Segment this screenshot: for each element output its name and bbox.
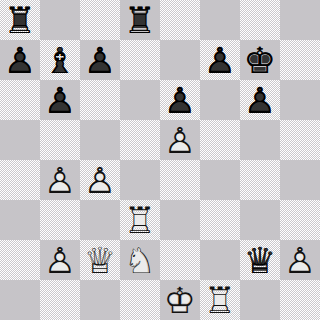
black-pawn-outline: ♙ — [40, 80, 80, 120]
square-f3[interactable] — [200, 200, 240, 240]
square-c6[interactable] — [80, 80, 120, 120]
square-a5[interactable] — [0, 120, 40, 160]
square-e1[interactable]: ♚♔ — [160, 280, 200, 320]
black-queen-icon: ♛♕ — [240, 240, 280, 280]
square-f5[interactable] — [200, 120, 240, 160]
square-d6[interactable] — [120, 80, 160, 120]
white-pawn-outline: ♙ — [160, 120, 200, 160]
white-king-outline: ♔ — [160, 280, 200, 320]
square-c5[interactable] — [80, 120, 120, 160]
white-rook-icon: ♜♖ — [200, 280, 240, 320]
square-g4[interactable] — [240, 160, 280, 200]
square-h2[interactable]: ♟♙ — [280, 240, 320, 280]
square-f2[interactable] — [200, 240, 240, 280]
square-h5[interactable] — [280, 120, 320, 160]
square-g1[interactable] — [240, 280, 280, 320]
white-pawn-icon: ♟♙ — [160, 120, 200, 160]
square-g2[interactable]: ♛♕ — [240, 240, 280, 280]
square-a3[interactable] — [0, 200, 40, 240]
square-b1[interactable] — [40, 280, 80, 320]
square-c4[interactable]: ♟♙ — [80, 160, 120, 200]
square-b5[interactable] — [40, 120, 80, 160]
square-g8[interactable] — [240, 0, 280, 40]
square-h1[interactable] — [280, 280, 320, 320]
white-knight-outline: ♘ — [120, 240, 160, 280]
square-e8[interactable] — [160, 0, 200, 40]
white-rook-icon: ♜♖ — [120, 200, 160, 240]
square-b8[interactable] — [40, 0, 80, 40]
square-d5[interactable] — [120, 120, 160, 160]
square-c7[interactable]: ♟♙ — [80, 40, 120, 80]
black-pawn-outline: ♙ — [200, 40, 240, 80]
white-pawn-icon: ♟♙ — [40, 240, 80, 280]
chess-board: ♜♖♜♖♟♙♝♗♟♙♟♙♚♔♟♙♟♙♟♙♟♙♟♙♟♙♜♖♟♙♛♕♞♘♛♕♟♙♚♔… — [0, 0, 320, 320]
square-a6[interactable] — [0, 80, 40, 120]
black-pawn-outline: ♙ — [160, 80, 200, 120]
white-pawn-icon: ♟♙ — [40, 160, 80, 200]
black-pawn-icon: ♟♙ — [0, 40, 40, 80]
square-g7[interactable]: ♚♔ — [240, 40, 280, 80]
black-king-outline: ♔ — [240, 40, 280, 80]
square-d7[interactable] — [120, 40, 160, 80]
square-h6[interactable] — [280, 80, 320, 120]
square-b4[interactable]: ♟♙ — [40, 160, 80, 200]
square-c8[interactable] — [80, 0, 120, 40]
square-e5[interactable]: ♟♙ — [160, 120, 200, 160]
square-e7[interactable] — [160, 40, 200, 80]
square-c1[interactable] — [80, 280, 120, 320]
white-rook-outline: ♖ — [120, 200, 160, 240]
square-a1[interactable] — [0, 280, 40, 320]
square-f1[interactable]: ♜♖ — [200, 280, 240, 320]
white-pawn-outline: ♙ — [40, 240, 80, 280]
square-d3[interactable]: ♜♖ — [120, 200, 160, 240]
square-d4[interactable] — [120, 160, 160, 200]
square-a4[interactable] — [0, 160, 40, 200]
white-rook-outline: ♖ — [200, 280, 240, 320]
square-d8[interactable]: ♜♖ — [120, 0, 160, 40]
black-rook-icon: ♜♖ — [120, 0, 160, 40]
square-e4[interactable] — [160, 160, 200, 200]
square-e3[interactable] — [160, 200, 200, 240]
black-pawn-icon: ♟♙ — [40, 80, 80, 120]
square-c2[interactable]: ♛♕ — [80, 240, 120, 280]
square-e6[interactable]: ♟♙ — [160, 80, 200, 120]
square-e2[interactable] — [160, 240, 200, 280]
black-pawn-outline: ♙ — [80, 40, 120, 80]
white-pawn-outline: ♙ — [280, 240, 320, 280]
black-pawn-icon: ♟♙ — [80, 40, 120, 80]
black-pawn-icon: ♟♙ — [240, 80, 280, 120]
square-b2[interactable]: ♟♙ — [40, 240, 80, 280]
square-c3[interactable] — [80, 200, 120, 240]
black-pawn-outline: ♙ — [0, 40, 40, 80]
black-pawn-icon: ♟♙ — [200, 40, 240, 80]
black-queen-outline: ♕ — [240, 240, 280, 280]
square-b3[interactable] — [40, 200, 80, 240]
square-a8[interactable]: ♜♖ — [0, 0, 40, 40]
black-pawn-icon: ♟♙ — [160, 80, 200, 120]
square-a2[interactable] — [0, 240, 40, 280]
square-h3[interactable] — [280, 200, 320, 240]
white-queen-outline: ♕ — [80, 240, 120, 280]
black-king-icon: ♚♔ — [240, 40, 280, 80]
square-d1[interactable] — [120, 280, 160, 320]
white-pawn-outline: ♙ — [40, 160, 80, 200]
square-g5[interactable] — [240, 120, 280, 160]
square-g6[interactable]: ♟♙ — [240, 80, 280, 120]
square-h7[interactable] — [280, 40, 320, 80]
square-h4[interactable] — [280, 160, 320, 200]
white-pawn-outline: ♙ — [80, 160, 120, 200]
black-bishop-outline: ♗ — [40, 40, 80, 80]
black-rook-outline: ♖ — [120, 0, 160, 40]
square-b7[interactable]: ♝♗ — [40, 40, 80, 80]
white-pawn-icon: ♟♙ — [280, 240, 320, 280]
square-b6[interactable]: ♟♙ — [40, 80, 80, 120]
black-rook-outline: ♖ — [0, 0, 40, 40]
white-queen-icon: ♛♕ — [80, 240, 120, 280]
square-f7[interactable]: ♟♙ — [200, 40, 240, 80]
square-f8[interactable] — [200, 0, 240, 40]
white-knight-icon: ♞♘ — [120, 240, 160, 280]
square-f6[interactable] — [200, 80, 240, 120]
square-d2[interactable]: ♞♘ — [120, 240, 160, 280]
black-rook-icon: ♜♖ — [0, 0, 40, 40]
white-king-icon: ♚♔ — [160, 280, 200, 320]
white-pawn-icon: ♟♙ — [80, 160, 120, 200]
square-a7[interactable]: ♟♙ — [0, 40, 40, 80]
black-bishop-icon: ♝♗ — [40, 40, 80, 80]
black-pawn-outline: ♙ — [240, 80, 280, 120]
square-g3[interactable] — [240, 200, 280, 240]
square-f4[interactable] — [200, 160, 240, 200]
square-h8[interactable] — [280, 0, 320, 40]
